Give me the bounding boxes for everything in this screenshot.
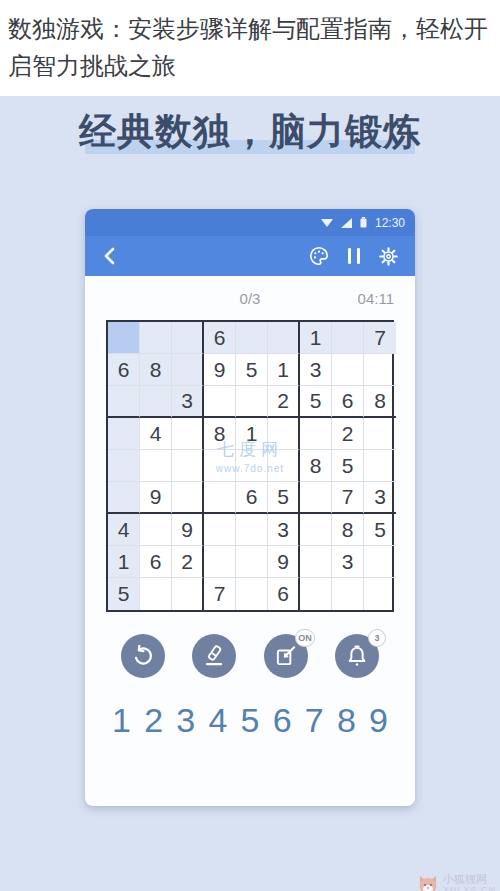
- notes-badge: ON: [295, 629, 315, 647]
- banner-title: 经典数独，脑力锻炼: [0, 107, 500, 157]
- sudoku-cell-r2c9[interactable]: [364, 354, 396, 386]
- sudoku-cell-r9c7[interactable]: [300, 578, 332, 610]
- sudoku-cell-r6c6[interactable]: 5: [268, 482, 300, 514]
- sudoku-cell-r7c2[interactable]: [140, 514, 172, 546]
- sudoku-cell-r7c5[interactable]: [236, 514, 268, 546]
- sudoku-cell-r6c4[interactable]: [204, 482, 236, 514]
- sudoku-cell-r3c1[interactable]: [108, 386, 140, 418]
- sudoku-cell-r2c6[interactable]: 1: [268, 354, 300, 386]
- sudoku-cell-r2c5[interactable]: 5: [236, 354, 268, 386]
- sudoku-cell-r7c9[interactable]: 5: [364, 514, 396, 546]
- notes-icon: [273, 643, 299, 669]
- sudoku-cell-r8c6[interactable]: 9: [268, 546, 300, 578]
- sudoku-cell-r6c7[interactable]: [300, 482, 332, 514]
- sudoku-cell-r6c5[interactable]: 6: [236, 482, 268, 514]
- sudoku-cell-r6c8[interactable]: 7: [332, 482, 364, 514]
- sudoku-cell-r6c9[interactable]: 3: [364, 482, 396, 514]
- sudoku-cell-r8c3[interactable]: 2: [172, 546, 204, 578]
- game-timer: 04:11: [358, 276, 394, 322]
- sudoku-cell-r9c5[interactable]: [236, 578, 268, 610]
- sudoku-cell-r5c2[interactable]: [140, 450, 172, 482]
- sudoku-cell-r5c1[interactable]: [108, 450, 140, 482]
- palette-icon[interactable]: [308, 245, 330, 267]
- undo-icon: [130, 643, 156, 669]
- sudoku-cell-r7c3[interactable]: 9: [172, 514, 204, 546]
- sudoku-cell-r8c7[interactable]: [300, 546, 332, 578]
- app-header: [85, 236, 415, 276]
- numpad-key-3[interactable]: 3: [176, 701, 195, 740]
- sudoku-cell-r7c6[interactable]: 3: [268, 514, 300, 546]
- sudoku-cell-r2c1[interactable]: 6: [108, 354, 140, 386]
- hint-badge: 3: [368, 629, 386, 647]
- site-watermark: 小狐狸网 XHLXS.CN: [417, 874, 496, 891]
- numpad-key-2[interactable]: 2: [144, 701, 163, 740]
- sudoku-cell-r1c9[interactable]: 7: [364, 322, 396, 354]
- sudoku-cell-r9c1[interactable]: 5: [108, 578, 140, 610]
- numpad-key-4[interactable]: 4: [208, 701, 227, 740]
- article-title: 数独游戏：安装步骤详解与配置指南，轻松开启智力挑战之旅: [0, 0, 500, 96]
- numpad-key-1[interactable]: 1: [112, 701, 131, 740]
- numpad-key-7[interactable]: 7: [305, 701, 324, 740]
- sudoku-cell-r2c4[interactable]: 9: [204, 354, 236, 386]
- sudoku-cell-r9c6[interactable]: 6: [268, 578, 300, 610]
- sudoku-cell-r3c2[interactable]: [140, 386, 172, 418]
- eraser-button[interactable]: [192, 634, 236, 678]
- sudoku-cell-r9c4[interactable]: 7: [204, 578, 236, 610]
- sudoku-cell-r1c5[interactable]: [236, 322, 268, 354]
- sudoku-grid: 61768951332568481285965734938516293576: [106, 320, 394, 612]
- numpad-key-9[interactable]: 9: [369, 701, 388, 740]
- notes-button[interactable]: ON: [264, 634, 308, 678]
- banner: 经典数独，脑力锻炼: [0, 96, 500, 166]
- hint-button[interactable]: 3: [335, 634, 379, 678]
- sudoku-cell-r4c7[interactable]: [300, 418, 332, 450]
- sudoku-cell-r1c6[interactable]: [268, 322, 300, 354]
- sudoku-cell-r7c7[interactable]: [300, 514, 332, 546]
- fox-icon: [417, 875, 439, 891]
- pause-icon[interactable]: [347, 246, 361, 266]
- sudoku-cell-r4c4[interactable]: 8: [204, 418, 236, 450]
- sudoku-cell-r8c1[interactable]: 1: [108, 546, 140, 578]
- back-icon[interactable]: [101, 246, 119, 266]
- sudoku-cell-r8c4[interactable]: [204, 546, 236, 578]
- sudoku-cell-r1c2[interactable]: [140, 322, 172, 354]
- sudoku-cell-r4c9[interactable]: [364, 418, 396, 450]
- status-bar: 12:30: [85, 209, 415, 236]
- sudoku-cell-r5c8[interactable]: 5: [332, 450, 364, 482]
- sudoku-cell-r6c2[interactable]: 9: [140, 482, 172, 514]
- sudoku-cell-r6c1[interactable]: [108, 482, 140, 514]
- sudoku-cell-r7c4[interactable]: [204, 514, 236, 546]
- sudoku-cell-r9c2[interactable]: [140, 578, 172, 610]
- sudoku-cell-r8c8[interactable]: 3: [332, 546, 364, 578]
- sudoku-cell-r5c7[interactable]: 8: [300, 450, 332, 482]
- settings-icon[interactable]: [378, 246, 399, 267]
- sudoku-cell-r1c8[interactable]: [332, 322, 364, 354]
- sudoku-cell-r6c3[interactable]: [172, 482, 204, 514]
- sudoku-cell-r5c6[interactable]: [268, 450, 300, 482]
- site-watermark-domain: XHLXS.CN: [443, 885, 496, 891]
- sudoku-cell-r1c7[interactable]: 1: [300, 322, 332, 354]
- sudoku-cell-r3c4[interactable]: [204, 386, 236, 418]
- sudoku-cell-r9c8[interactable]: [332, 578, 364, 610]
- sudoku-cell-r4c8[interactable]: 2: [332, 418, 364, 450]
- status-time: 12:30: [375, 216, 405, 230]
- bell-icon: [344, 643, 370, 669]
- page: 数独游戏：安装步骤详解与配置指南，轻松开启智力挑战之旅 经典数独，脑力锻炼 12…: [0, 0, 500, 891]
- undo-button[interactable]: [121, 634, 165, 678]
- sudoku-cell-r1c3[interactable]: [172, 322, 204, 354]
- sudoku-cell-r7c1[interactable]: 4: [108, 514, 140, 546]
- sudoku-cell-r9c3[interactable]: [172, 578, 204, 610]
- sudoku-cell-r7c8[interactable]: 8: [332, 514, 364, 546]
- numpad-key-5[interactable]: 5: [241, 701, 260, 740]
- battery-icon: [360, 217, 367, 228]
- sudoku-cell-r8c2[interactable]: 6: [140, 546, 172, 578]
- sudoku-cell-r4c1[interactable]: [108, 418, 140, 450]
- content-section: 经典数独，脑力锻炼 12:30: [0, 96, 500, 891]
- sudoku-cell-r4c6[interactable]: [268, 418, 300, 450]
- sudoku-cell-r5c3[interactable]: [172, 450, 204, 482]
- sudoku-cell-r3c8[interactable]: 6: [332, 386, 364, 418]
- sudoku-cell-r3c6[interactable]: 2: [268, 386, 300, 418]
- sudoku-cell-r5c5[interactable]: [236, 450, 268, 482]
- sudoku-cell-r5c4[interactable]: [204, 450, 236, 482]
- game-info-row: 0/3 04:11: [85, 276, 415, 320]
- sudoku-cell-r8c5[interactable]: [236, 546, 268, 578]
- sudoku-cell-r1c4[interactable]: 6: [204, 322, 236, 354]
- sudoku-cell-r2c2[interactable]: 8: [140, 354, 172, 386]
- sudoku-cell-r1c1[interactable]: [108, 322, 140, 354]
- sudoku-cell-r5c9[interactable]: [364, 450, 396, 482]
- numpad-key-6[interactable]: 6: [273, 701, 292, 740]
- numpad-key-8[interactable]: 8: [337, 701, 356, 740]
- sudoku-cell-r3c9[interactable]: 8: [364, 386, 396, 418]
- sudoku-cell-r2c8[interactable]: [332, 354, 364, 386]
- sudoku-cell-r2c3[interactable]: [172, 354, 204, 386]
- number-pad: 123456789: [85, 701, 415, 740]
- sudoku-cell-r4c5[interactable]: 1: [236, 418, 268, 450]
- wifi-icon: [321, 218, 333, 228]
- sudoku-cell-r8c9[interactable]: [364, 546, 396, 578]
- sudoku-cell-r3c3[interactable]: 3: [172, 386, 204, 418]
- eraser-icon: [201, 643, 227, 669]
- toolbar: ON 3: [85, 634, 415, 678]
- sudoku-cell-r3c7[interactable]: 5: [300, 386, 332, 418]
- sudoku-cell-r3c5[interactable]: [236, 386, 268, 418]
- site-watermark-name: 小狐狸网: [443, 874, 496, 885]
- phone-screenshot: 12:30: [85, 209, 415, 806]
- sudoku-cell-r4c2[interactable]: 4: [140, 418, 172, 450]
- sudoku-cell-r2c7[interactable]: 3: [300, 354, 332, 386]
- sudoku-board: 61768951332568481285965734938516293576 七…: [106, 320, 394, 612]
- sudoku-cell-r4c3[interactable]: [172, 418, 204, 450]
- sudoku-cell-r9c9[interactable]: [364, 578, 396, 610]
- signal-icon: [341, 218, 352, 228]
